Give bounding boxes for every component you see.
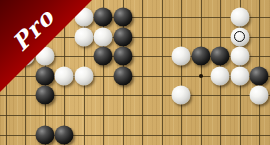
- stone-white: [172, 86, 191, 105]
- stone-black: [94, 47, 113, 66]
- stone-black: [35, 66, 54, 85]
- grid-line-vertical: [181, 0, 182, 145]
- stone-black: [211, 47, 230, 66]
- stone-black: [35, 125, 54, 144]
- stone-black: [113, 47, 132, 66]
- grid-line-vertical: [201, 0, 202, 145]
- stone-black: [35, 86, 54, 105]
- last-move-marker: [234, 31, 245, 42]
- stone-black: [113, 27, 132, 46]
- stone-black: [55, 125, 74, 144]
- go-board[interactable]: Pro: [0, 0, 270, 145]
- stone-white: [74, 66, 93, 85]
- stone-white: [74, 27, 93, 46]
- grid-line-horizontal: [0, 115, 270, 116]
- stone-white: [94, 27, 113, 46]
- stone-black: [191, 47, 210, 66]
- stone-white: [172, 47, 191, 66]
- star-point: [199, 74, 203, 78]
- grid-line-vertical: [142, 0, 143, 145]
- stone-black: [113, 66, 132, 85]
- stone-white: [230, 27, 249, 46]
- grid-line-vertical: [162, 0, 163, 145]
- stone-white: [230, 8, 249, 27]
- stone-black: [250, 66, 269, 85]
- stone-white: [250, 86, 269, 105]
- stone-white: [55, 66, 74, 85]
- stone-black: [94, 8, 113, 27]
- stone-white: [230, 66, 249, 85]
- stone-black: [113, 8, 132, 27]
- stone-white: [230, 47, 249, 66]
- stone-white: [211, 66, 230, 85]
